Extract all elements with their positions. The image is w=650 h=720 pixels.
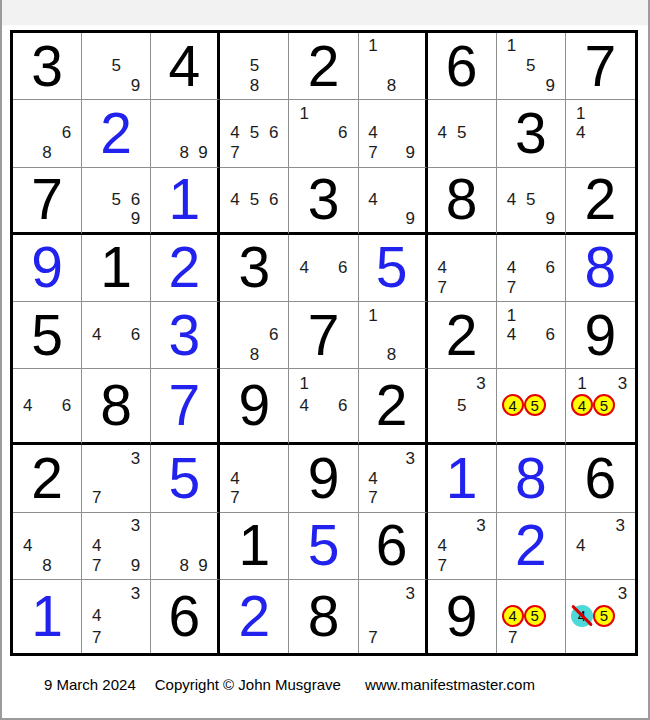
candidate-slot: 4	[18, 394, 37, 416]
candidate: 3	[406, 585, 415, 602]
candidate-slot	[333, 238, 352, 258]
cell-r5c2[interactable]: 46	[82, 302, 151, 369]
cell-r5c1[interactable]: 5	[13, 302, 82, 369]
candidate-slot	[87, 345, 106, 365]
cell-r2c6[interactable]: 479	[359, 100, 428, 167]
cell-r2c9[interactable]: 14	[566, 100, 635, 167]
candidate-slot	[452, 103, 471, 123]
candidate-slot	[314, 416, 333, 438]
entered-digit: 2	[515, 517, 547, 574]
candidate-slot: 9	[401, 143, 420, 163]
cell-r3c4[interactable]: 456	[220, 168, 289, 235]
cell-r2c5[interactable]: 16	[289, 100, 358, 167]
candidate: 3	[131, 450, 140, 467]
candidate-grid: 569	[82, 168, 150, 232]
candidate-slot	[382, 305, 401, 325]
cell-r3c7[interactable]: 8	[428, 168, 497, 235]
cell-r9c5[interactable]: 8	[289, 580, 358, 653]
cell-r7c1[interactable]: 2	[13, 445, 82, 512]
candidate-slot: 4	[571, 123, 591, 143]
candidate-slot	[382, 583, 401, 605]
candidate-slot	[245, 171, 264, 190]
candidate-slot	[175, 516, 194, 536]
candidate-slot	[264, 36, 283, 56]
candidate: 3	[131, 517, 140, 534]
footer-website: www.manifestmaster.com	[365, 676, 535, 693]
candidate-grid: 467	[497, 235, 565, 301]
candidate-slot	[452, 258, 471, 278]
cell-r2c8[interactable]: 3	[497, 100, 566, 167]
candidate-slot: 5	[106, 190, 125, 209]
cell-r4c3[interactable]: 2	[151, 235, 220, 302]
candidate: 7	[438, 557, 447, 574]
candidate-slot: 8	[175, 555, 194, 575]
candidate-slot	[57, 143, 76, 163]
candidate: 9	[545, 210, 554, 227]
candidate: 7	[438, 279, 447, 296]
candidate-slot: 3	[610, 516, 630, 536]
cell-r8c9[interactable]: 34	[566, 513, 635, 580]
candidate-slot: 4	[364, 468, 383, 488]
cell-r1c7[interactable]: 6	[428, 33, 497, 100]
given-digit: 9	[585, 307, 617, 364]
candidate-slot	[18, 143, 37, 163]
candidate-slot	[106, 605, 125, 627]
candidate-slot	[502, 416, 524, 438]
cell-r9c7[interactable]: 9	[428, 580, 497, 653]
candidate-slot	[314, 372, 333, 394]
cell-r9c8[interactable]: 457	[497, 580, 566, 653]
candidate-grid: 89	[151, 513, 217, 579]
cell-r6c9[interactable]: 1345	[566, 369, 635, 445]
candidate-grid: 146	[289, 369, 357, 442]
candidate-grid: 347	[359, 445, 425, 511]
candidate: 6	[131, 326, 140, 343]
candidate: 3	[476, 517, 485, 534]
cell-r3c5[interactable]: 3	[289, 168, 358, 235]
candidate: 3	[476, 375, 485, 392]
candidate: 5	[526, 191, 535, 208]
candidate: 4	[507, 191, 516, 208]
candidate-slot: 5	[245, 56, 264, 76]
candidate-slot	[126, 468, 145, 488]
candidate: 1	[299, 375, 308, 392]
candidate-slot	[194, 535, 213, 555]
given-digit: 9	[446, 588, 478, 645]
cell-r1c8[interactable]: 159	[497, 33, 566, 100]
cell-r8c7[interactable]: 347	[428, 513, 497, 580]
candidate-slot	[546, 605, 560, 627]
candidate-slot	[521, 238, 540, 258]
candidate: 7	[368, 144, 377, 161]
cell-r2c3[interactable]: 89	[151, 100, 220, 167]
cell-r8c3[interactable]: 89	[151, 513, 220, 580]
candidate-grid: 89	[151, 100, 217, 166]
cell-r4c1[interactable]: 9	[13, 235, 82, 302]
candidate-slot	[541, 345, 560, 365]
cell-r6c6[interactable]: 2	[359, 369, 428, 445]
given-digit: 3	[31, 38, 63, 95]
cell-r8c8[interactable]: 2	[497, 513, 566, 580]
candidate-slot: 4	[433, 535, 452, 555]
candidate-slot	[521, 345, 540, 365]
cell-r1c2[interactable]: 59	[82, 33, 151, 100]
cell-r4c8[interactable]: 467	[497, 235, 566, 302]
candidate-slot	[433, 394, 452, 416]
candidate-slot: 7	[87, 555, 106, 575]
candidate-grid: 459	[497, 168, 565, 232]
candidate: 7	[507, 279, 516, 296]
candidate-slot	[433, 238, 452, 258]
candidate-slot	[364, 171, 383, 190]
candidate-slot	[37, 103, 56, 123]
candidate-slot	[610, 535, 630, 555]
cell-r3c1[interactable]: 7	[13, 168, 82, 235]
candidate-slot: 5	[593, 394, 615, 416]
cell-r7c4[interactable]: 47	[220, 445, 289, 512]
candidate-grid: 479	[359, 100, 425, 166]
candidate-slot: 7	[225, 488, 244, 508]
candidate: 5	[250, 191, 259, 208]
candidate-slot	[18, 103, 37, 123]
candidate-slot	[591, 123, 611, 143]
candidate-slot: 4	[502, 605, 524, 627]
candidate-slot: 5	[524, 605, 546, 627]
cell-r2c2[interactable]: 2	[82, 100, 151, 167]
candidate-slot: 7	[502, 627, 524, 649]
candidate-slot	[194, 516, 213, 536]
candidate: 9	[198, 144, 207, 161]
candidate-slot: 5	[452, 394, 471, 416]
candidate-slot	[401, 171, 420, 190]
candidate-slot	[541, 190, 560, 209]
candidate-slot	[126, 627, 145, 649]
candidate-slot	[382, 190, 401, 209]
candidate-slot	[37, 516, 56, 536]
candidate-slot	[401, 56, 420, 76]
candidate-slot: 7	[364, 143, 383, 163]
candidate-slot	[382, 123, 401, 143]
candidate-slot	[245, 103, 264, 123]
candidate-slot: 7	[502, 277, 521, 297]
cell-r7c2[interactable]: 37	[82, 445, 151, 512]
candidate-slot	[106, 448, 125, 468]
candidate-grid: 45	[497, 369, 565, 442]
cell-r1c9[interactable]: 7	[566, 33, 635, 100]
cell-r7c8[interactable]: 8	[497, 445, 566, 512]
cell-r3c2[interactable]: 569	[82, 168, 151, 235]
candidate: 4	[299, 397, 308, 414]
candidate-slot: 4	[364, 190, 383, 209]
candidate-slot: 8	[382, 76, 401, 96]
candidate-slot: 4	[225, 190, 244, 209]
candidate-slot	[452, 277, 471, 297]
candidate-grid: 35	[428, 369, 496, 442]
candidate-slot: 5	[245, 190, 264, 209]
candidate-slot: 6	[264, 190, 283, 209]
candidate-slot	[245, 143, 264, 163]
cell-r6c5[interactable]: 146	[289, 369, 358, 445]
candidate-slot	[126, 305, 145, 325]
sudoku-board: 3594582186159768289456716479453147569145…	[10, 30, 638, 656]
candidate-slot	[502, 372, 524, 394]
candidate-slot	[106, 627, 125, 649]
candidate: 4	[368, 191, 377, 208]
candidate-grid: 146	[497, 302, 565, 368]
candidate-slot: 1	[364, 305, 383, 325]
candidate-slot	[264, 209, 283, 228]
candidate-slot	[571, 583, 593, 605]
cell-r5c3[interactable]: 3	[151, 302, 220, 369]
candidate-slot	[401, 627, 420, 649]
cell-r5c7[interactable]: 2	[428, 302, 497, 369]
candidate-slot	[106, 488, 125, 508]
cell-r5c8[interactable]: 146	[497, 302, 566, 369]
candidate: 1	[368, 37, 377, 54]
candidate-slot	[245, 325, 264, 345]
cell-r9c2[interactable]: 347	[82, 580, 151, 653]
cell-r3c9[interactable]: 2	[566, 168, 635, 235]
candidate-grid: 46	[82, 302, 150, 368]
candidate-slot: 4	[225, 468, 244, 488]
cell-r8c4[interactable]: 1	[220, 513, 289, 580]
given-digit: 6	[446, 38, 478, 95]
candidate-slot	[225, 56, 244, 76]
candidate: 1	[507, 307, 516, 324]
candidate-slot: 4	[87, 605, 106, 627]
cell-r9c1[interactable]: 1	[13, 580, 82, 653]
candidate-slot	[106, 76, 125, 96]
cell-r9c6[interactable]: 37	[359, 580, 428, 653]
candidate-slot	[502, 56, 521, 76]
candidate-slot: 7	[433, 277, 452, 297]
candidate-grid: 4567	[220, 100, 288, 166]
candidate-slot	[245, 305, 264, 325]
candidate: 1	[368, 307, 377, 324]
candidate-slot	[382, 36, 401, 56]
candidate-slot	[502, 209, 521, 228]
candidate-slot	[106, 535, 125, 555]
footer: 9 March 2024Copyright © John Musgravewww…	[44, 676, 535, 693]
candidate: 6	[338, 259, 347, 276]
candidate-slot	[471, 535, 490, 555]
candidate-slot	[333, 103, 352, 123]
candidate-slot	[541, 238, 560, 258]
candidate-slot	[364, 209, 383, 228]
entered-digit: 9	[31, 239, 63, 296]
cell-r7c5[interactable]: 9	[289, 445, 358, 512]
cell-r1c4[interactable]: 58	[220, 33, 289, 100]
cell-r6c4[interactable]: 9	[220, 369, 289, 445]
cell-r5c9[interactable]: 9	[566, 302, 635, 369]
candidate-slot	[382, 468, 401, 488]
candidate-slot	[452, 535, 471, 555]
cell-r7c6[interactable]: 347	[359, 445, 428, 512]
cell-r3c3[interactable]: 1	[151, 168, 220, 235]
cell-r4c9[interactable]: 8	[566, 235, 635, 302]
cell-r5c4[interactable]: 68	[220, 302, 289, 369]
candidate: 5	[457, 124, 466, 141]
cell-r1c5[interactable]: 2	[289, 33, 358, 100]
candidate-slot: 7	[433, 555, 452, 575]
candidate-slot: 3	[401, 448, 420, 468]
candidate-slot	[502, 583, 524, 605]
candidate: 8	[387, 77, 396, 94]
given-digit: 8	[308, 588, 340, 645]
cell-r8c2[interactable]: 3479	[82, 513, 151, 580]
top-strip	[2, 0, 648, 26]
candidate-slot	[264, 56, 283, 76]
candidate-slot	[401, 123, 420, 143]
given-digit: 8	[446, 171, 478, 228]
candidate-slot	[225, 325, 244, 345]
candidate: 1	[577, 375, 586, 392]
candidate-slot	[524, 416, 546, 438]
cell-r4c6[interactable]: 5	[359, 235, 428, 302]
cell-r9c4[interactable]: 2	[220, 580, 289, 653]
candidate-slot	[502, 345, 521, 365]
candidate-slot	[521, 36, 540, 56]
cell-r3c8[interactable]: 459	[497, 168, 566, 235]
entered-digit: 7	[168, 377, 200, 434]
cell-r2c1[interactable]: 68	[13, 100, 82, 167]
candidate-slot	[471, 555, 490, 575]
cell-r6c1[interactable]: 46	[13, 369, 82, 445]
highlighted-candidate: 5	[524, 605, 546, 627]
candidate-slot	[541, 56, 560, 76]
candidate-slot	[264, 305, 283, 325]
candidate-slot: 9	[401, 209, 420, 228]
candidate: 7	[368, 489, 377, 506]
cell-r5c5[interactable]: 7	[289, 302, 358, 369]
cell-r9c9[interactable]: 345	[566, 580, 635, 653]
cell-r4c2[interactable]: 1	[82, 235, 151, 302]
cell-r2c4[interactable]: 4567	[220, 100, 289, 167]
candidate-grid: 14	[566, 100, 635, 166]
candidate-slot	[18, 123, 37, 143]
cell-r3c6[interactable]: 49	[359, 168, 428, 235]
candidate-slot	[541, 171, 560, 190]
candidate: 7	[230, 489, 239, 506]
cell-r7c9[interactable]: 6	[566, 445, 635, 512]
candidate-slot: 4	[87, 535, 106, 555]
candidate-grid: 347	[428, 513, 496, 579]
highlighted-candidate: 5	[524, 394, 546, 416]
candidate-slot	[87, 305, 106, 325]
candidate-slot: 5	[245, 123, 264, 143]
candidate-slot: 4	[294, 258, 313, 278]
candidate: 8	[250, 77, 259, 94]
candidate-slot	[87, 76, 106, 96]
candidate-slot	[401, 605, 420, 627]
candidate-slot	[546, 394, 560, 416]
cell-r6c7[interactable]: 35	[428, 369, 497, 445]
candidate-slot	[156, 516, 175, 536]
candidate-slot	[156, 123, 175, 143]
cell-r8c6[interactable]: 6	[359, 513, 428, 580]
candidate-slot: 1	[294, 372, 313, 394]
candidate-slot: 4	[571, 605, 593, 627]
candidate-slot	[57, 103, 76, 123]
cell-r4c4[interactable]: 3	[220, 235, 289, 302]
candidate-slot	[471, 103, 490, 123]
candidate-slot	[156, 555, 175, 575]
candidate-grid: 3479	[82, 513, 150, 579]
candidate-slot	[106, 305, 125, 325]
candidate-slot	[593, 372, 615, 394]
candidate-slot	[225, 305, 244, 325]
candidate-slot	[57, 516, 76, 536]
candidate-slot	[57, 372, 76, 394]
cell-r6c3[interactable]: 7	[151, 369, 220, 445]
candidate-slot	[156, 103, 175, 123]
candidate-slot	[57, 535, 76, 555]
candidate: 5	[250, 57, 259, 74]
candidate-grid: 18	[359, 302, 425, 368]
candidate-slot	[452, 372, 471, 394]
cell-r8c5[interactable]: 5	[289, 513, 358, 580]
cell-r4c5[interactable]: 46	[289, 235, 358, 302]
candidate-slot	[225, 448, 244, 468]
candidate-slot: 6	[541, 325, 560, 345]
cell-r5c6[interactable]: 18	[359, 302, 428, 369]
given-digit: 3	[239, 239, 271, 296]
candidate-slot	[433, 103, 452, 123]
cell-r6c8[interactable]: 45	[497, 369, 566, 445]
candidate-slot	[175, 123, 194, 143]
cell-r6c2[interactable]: 8	[82, 369, 151, 445]
candidate-slot	[57, 416, 76, 438]
candidate: 4	[23, 397, 32, 414]
candidate-slot: 4	[433, 123, 452, 143]
candidate-slot	[264, 468, 283, 488]
entered-digit: 2	[239, 588, 271, 645]
cell-r1c6[interactable]: 18	[359, 33, 428, 100]
candidate-slot	[521, 171, 540, 190]
candidate: 9	[198, 557, 207, 574]
cell-r7c7[interactable]: 1	[428, 445, 497, 512]
cell-r2c7[interactable]: 45	[428, 100, 497, 167]
candidate-slot	[106, 36, 125, 56]
candidate-slot	[106, 555, 125, 575]
cell-r1c1[interactable]: 3	[13, 33, 82, 100]
cell-r8c1[interactable]: 48	[13, 513, 82, 580]
candidate: 9	[406, 144, 415, 161]
candidate-slot: 9	[126, 555, 145, 575]
candidate-slot: 5	[524, 394, 546, 416]
candidate-slot	[571, 416, 593, 438]
candidate-grid: 46	[13, 369, 81, 442]
given-digit: 9	[239, 377, 271, 434]
given-digit: 6	[168, 588, 200, 645]
candidate-slot	[264, 103, 283, 123]
candidate-slot	[264, 488, 283, 508]
cell-r9c3[interactable]: 6	[151, 580, 220, 653]
candidate-slot	[37, 123, 56, 143]
cell-r4c7[interactable]: 47	[428, 235, 497, 302]
cell-r7c3[interactable]: 5	[151, 445, 220, 512]
candidate-grid: 347	[82, 580, 150, 653]
candidate-slot: 6	[57, 123, 76, 143]
highlighted-candidate: 4	[502, 394, 524, 416]
cell-r1c3[interactable]: 4	[151, 33, 220, 100]
candidate-slot	[541, 36, 560, 56]
candidate-slot: 5	[593, 605, 615, 627]
candidate-slot	[314, 394, 333, 416]
candidate: 9	[131, 77, 140, 94]
candidate-grid: 16	[289, 100, 357, 166]
candidate: 4	[507, 326, 516, 343]
